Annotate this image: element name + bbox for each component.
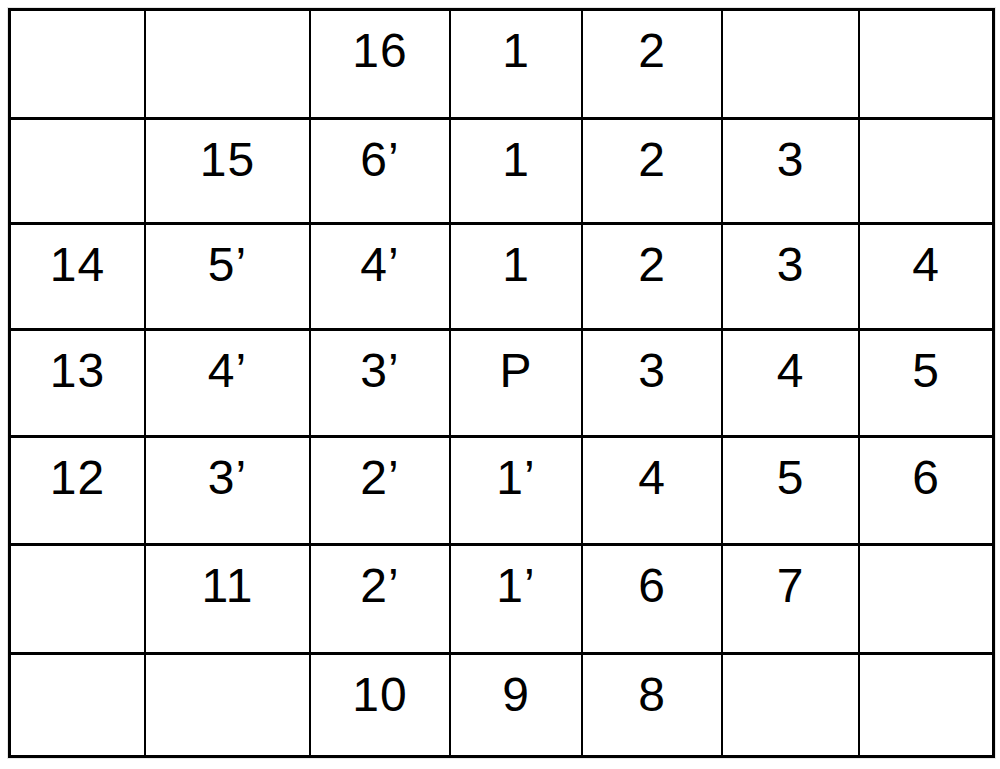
grid-cell: 3 [583, 331, 723, 438]
cell-label: 4 [912, 237, 940, 292]
grid-cell: 5 [860, 331, 992, 438]
grid-cell: 4 [583, 438, 723, 546]
grid-cell: 6 [860, 438, 992, 546]
grid-cell [860, 120, 992, 225]
cell-label: 7 [777, 558, 805, 613]
cell-label: 3 [638, 343, 666, 398]
cell-label: 4 [638, 450, 666, 505]
grid-cell [11, 655, 146, 755]
cell-label: 16 [352, 23, 407, 78]
cell-label: 9 [502, 667, 530, 722]
grid-cell: 2’ [311, 546, 451, 655]
grid-cell: 6’ [311, 120, 451, 225]
grid-cell: 13 [11, 331, 146, 438]
grid-cell: 8 [583, 655, 723, 755]
grid-cell: 5’ [146, 225, 311, 331]
grid-cell: 4’ [146, 331, 311, 438]
grid-cell: 14 [11, 225, 146, 331]
grid-cell: 3’ [146, 438, 311, 546]
cell-label: 5 [777, 450, 805, 505]
grid-cell: 2 [583, 11, 723, 120]
cell-label: 3’ [208, 450, 247, 505]
grid-cell: 3 [723, 120, 860, 225]
cell-label: 6 [912, 450, 940, 505]
grid-cell [146, 11, 311, 120]
grid-cell [860, 655, 992, 755]
cell-label: 1 [502, 237, 530, 292]
cell-label: 14 [50, 237, 105, 292]
page: 1612156’123145’4’1234134’3’P345123’2’1’4… [0, 0, 1000, 769]
grid-cell: 1’ [451, 438, 583, 546]
grid-cell [723, 11, 860, 120]
grid-cell: 1 [451, 11, 583, 120]
cell-label: 4’ [360, 237, 399, 292]
grid-cell: 4 [723, 331, 860, 438]
puzzle-grid: 1612156’123145’4’1234134’3’P345123’2’1’4… [8, 8, 995, 758]
grid-cell: 1 [451, 225, 583, 331]
cell-label: 11 [202, 558, 254, 613]
cell-label: 5 [912, 343, 940, 398]
grid-cell: P [451, 331, 583, 438]
cell-label: 5’ [208, 237, 247, 292]
grid-cell: 5 [723, 438, 860, 546]
cell-label: 4 [777, 343, 805, 398]
cell-label: 3 [777, 132, 805, 187]
grid-cell: 7 [723, 546, 860, 655]
cell-label: 1 [502, 132, 530, 187]
grid-cell: 15 [146, 120, 311, 225]
grid-cell: 4 [860, 225, 992, 331]
cell-label: 2 [638, 237, 666, 292]
grid-cell: 2’ [311, 438, 451, 546]
cell-label: 2 [638, 132, 666, 187]
grid-cell: 4’ [311, 225, 451, 331]
cell-label: 1 [502, 23, 530, 78]
cell-label: 2’ [360, 558, 399, 613]
grid-cell: 12 [11, 438, 146, 546]
cell-label: P [499, 343, 532, 398]
grid-cell [11, 120, 146, 225]
grid-cell [723, 655, 860, 755]
grid-cell: 3 [723, 225, 860, 331]
cell-label: 1’ [496, 450, 535, 505]
grid-cell [860, 11, 992, 120]
cell-label: 3’ [360, 343, 399, 398]
grid-cell: 9 [451, 655, 583, 755]
grid-cell: 11 [146, 546, 311, 655]
cell-label: 8 [638, 667, 666, 722]
grid-cell: 6 [583, 546, 723, 655]
grid-cell: 1 [451, 120, 583, 225]
grid-cell [11, 546, 146, 655]
grid-cell: 2 [583, 225, 723, 331]
cell-label: 4’ [208, 343, 247, 398]
cell-label: 10 [352, 667, 407, 722]
cell-label: 12 [50, 450, 105, 505]
cell-label: 13 [50, 343, 105, 398]
grid-cell [11, 11, 146, 120]
grid-cell [860, 546, 992, 655]
grid-cell: 16 [311, 11, 451, 120]
grid-cell: 2 [583, 120, 723, 225]
cell-label: 3 [777, 237, 805, 292]
cell-label: 1’ [496, 558, 535, 613]
cell-label: 6’ [360, 132, 399, 187]
grid-cell: 1’ [451, 546, 583, 655]
cell-label: 6 [638, 558, 666, 613]
grid-cell: 3’ [311, 331, 451, 438]
cell-label: 2 [638, 23, 666, 78]
cell-label: 15 [200, 132, 255, 187]
cell-label: 2’ [360, 450, 399, 505]
grid-cell: 10 [311, 655, 451, 755]
grid-cell [146, 655, 311, 755]
